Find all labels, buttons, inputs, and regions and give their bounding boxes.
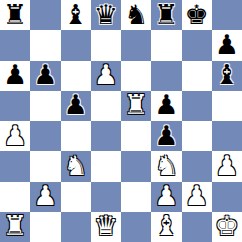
- white-rook-piece: ♜: [124, 91, 148, 118]
- square-f1[interactable]: ♝: [151, 212, 181, 242]
- square-g6[interactable]: [182, 61, 212, 91]
- square-g7[interactable]: [182, 30, 212, 60]
- square-a6[interactable]: ♟: [0, 61, 30, 91]
- white-rook-piece: ♜: [3, 212, 27, 239]
- square-b7[interactable]: [30, 30, 60, 60]
- white-pawn-piece: ♟: [33, 182, 57, 209]
- square-f6[interactable]: [151, 61, 181, 91]
- black-knight-piece: ♞: [124, 1, 148, 28]
- square-a1[interactable]: ♜: [0, 212, 30, 242]
- square-f8[interactable]: ♜: [151, 0, 181, 30]
- square-h8[interactable]: [212, 0, 242, 30]
- square-a8[interactable]: ♜: [0, 0, 30, 30]
- white-pawn-piece: ♟: [215, 152, 239, 179]
- white-pawn-piece: ♟: [154, 182, 178, 209]
- black-pawn-piece: ♟: [33, 61, 57, 88]
- black-pawn-piece: ♟: [64, 91, 88, 118]
- square-e6[interactable]: [121, 61, 151, 91]
- white-knight-piece: ♞: [64, 152, 88, 179]
- white-pawn-piece: ♟: [3, 122, 27, 149]
- square-g2[interactable]: ♟: [182, 182, 212, 212]
- black-pawn-piece: ♟: [3, 61, 27, 88]
- square-c7[interactable]: [61, 30, 91, 60]
- square-a4[interactable]: ♟: [0, 121, 30, 151]
- white-bishop-piece: ♝: [154, 212, 178, 239]
- square-h7[interactable]: ♟: [212, 30, 242, 60]
- square-d6[interactable]: ♟: [91, 61, 121, 91]
- square-c8[interactable]: ♝: [61, 0, 91, 30]
- square-h5[interactable]: [212, 91, 242, 121]
- square-d1[interactable]: ♛: [91, 212, 121, 242]
- square-b3[interactable]: [30, 151, 60, 181]
- white-queen-piece: ♛: [94, 212, 118, 239]
- black-bishop-piece: ♝: [64, 1, 88, 28]
- square-e4[interactable]: [121, 121, 151, 151]
- square-h1[interactable]: ♚: [212, 212, 242, 242]
- black-pawn-piece: ♟: [215, 31, 239, 58]
- square-a5[interactable]: [0, 91, 30, 121]
- square-b5[interactable]: [30, 91, 60, 121]
- black-queen-piece: ♛: [94, 1, 118, 28]
- square-b4[interactable]: [30, 121, 60, 151]
- square-f3[interactable]: ♞: [151, 151, 181, 181]
- black-king-piece: ♚: [185, 1, 209, 28]
- square-g4[interactable]: [182, 121, 212, 151]
- square-c6[interactable]: [61, 61, 91, 91]
- square-d5[interactable]: [91, 91, 121, 121]
- square-d7[interactable]: [91, 30, 121, 60]
- white-knight-piece: ♞: [154, 152, 178, 179]
- square-c2[interactable]: [61, 182, 91, 212]
- square-a2[interactable]: [0, 182, 30, 212]
- square-f2[interactable]: ♟: [151, 182, 181, 212]
- black-rook-piece: ♜: [3, 1, 27, 28]
- square-c4[interactable]: [61, 121, 91, 151]
- square-e7[interactable]: [121, 30, 151, 60]
- square-h6[interactable]: ♝: [212, 61, 242, 91]
- square-f4[interactable]: ♟: [151, 121, 181, 151]
- chess-board: ♜♝♛♞♜♚♟♟♟♟♝♟♜♟♟♟♞♞♟♟♟♟♜♛♝♚: [0, 0, 242, 242]
- square-c1[interactable]: [61, 212, 91, 242]
- black-pawn-piece: ♟: [154, 91, 178, 118]
- square-f7[interactable]: [151, 30, 181, 60]
- square-e3[interactable]: [121, 151, 151, 181]
- square-d4[interactable]: [91, 121, 121, 151]
- square-g8[interactable]: ♚: [182, 0, 212, 30]
- square-g1[interactable]: [182, 212, 212, 242]
- black-rook-piece: ♜: [154, 1, 178, 28]
- square-d3[interactable]: [91, 151, 121, 181]
- square-f5[interactable]: ♟: [151, 91, 181, 121]
- square-c5[interactable]: ♟: [61, 91, 91, 121]
- square-c3[interactable]: ♞: [61, 151, 91, 181]
- square-a7[interactable]: [0, 30, 30, 60]
- square-e2[interactable]: [121, 182, 151, 212]
- square-a3[interactable]: [0, 151, 30, 181]
- black-bishop-piece: ♝: [215, 61, 239, 88]
- black-pawn-piece: ♟: [154, 122, 178, 149]
- white-pawn-piece: ♟: [94, 61, 118, 88]
- square-e1[interactable]: [121, 212, 151, 242]
- white-pawn-piece: ♟: [185, 182, 209, 209]
- square-h3[interactable]: ♟: [212, 151, 242, 181]
- square-e8[interactable]: ♞: [121, 0, 151, 30]
- square-g3[interactable]: [182, 151, 212, 181]
- square-h2[interactable]: [212, 182, 242, 212]
- square-d2[interactable]: [91, 182, 121, 212]
- square-b6[interactable]: ♟: [30, 61, 60, 91]
- square-d8[interactable]: ♛: [91, 0, 121, 30]
- square-b1[interactable]: [30, 212, 60, 242]
- white-king-piece: ♚: [215, 212, 239, 239]
- square-b2[interactable]: ♟: [30, 182, 60, 212]
- square-b8[interactable]: [30, 0, 60, 30]
- square-g5[interactable]: [182, 91, 212, 121]
- square-e5[interactable]: ♜: [121, 91, 151, 121]
- square-h4[interactable]: [212, 121, 242, 151]
